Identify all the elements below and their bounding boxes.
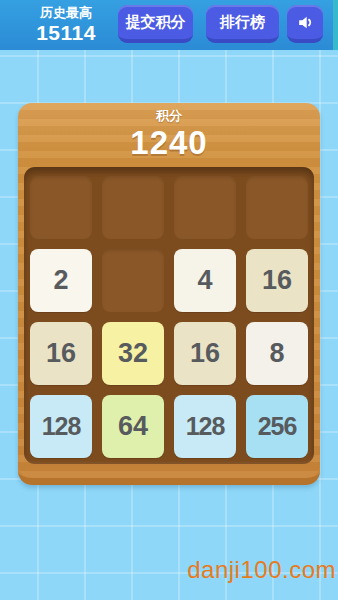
game-screen: { "game": "2048", "position": { "grid": … <box>0 0 338 600</box>
tile-16: 16 <box>174 322 236 385</box>
tile-2: 2 <box>30 249 92 312</box>
tile-16: 16 <box>30 322 92 385</box>
submit-score-label: 提交积分 <box>126 13 186 32</box>
tile-8: 8 <box>246 322 308 385</box>
tile-64: 64 <box>102 395 164 458</box>
leaderboard-button[interactable]: 排行榜 <box>206 5 279 43</box>
teal-edge-strip <box>333 0 338 50</box>
tile-32: 32 <box>102 322 164 385</box>
watermark: danji100.com <box>187 556 336 584</box>
tile-number: 16 <box>262 265 292 296</box>
tile-number: 16 <box>46 338 76 369</box>
score-panel: 积分 1240 <box>18 103 320 162</box>
tile-128: 128 <box>30 395 92 458</box>
empty-cell <box>30 176 92 239</box>
tile-128: 128 <box>174 395 236 458</box>
tile-number: 4 <box>197 265 212 296</box>
best-score-box: 历史最高 15114 <box>28 4 104 44</box>
tile-256: 256 <box>246 395 308 458</box>
score-value: 1240 <box>18 124 320 162</box>
best-score-value: 15114 <box>28 21 104 44</box>
tile-number: 16 <box>190 338 220 369</box>
best-score-label: 历史最高 <box>28 4 104 21</box>
tile-number: 8 <box>269 338 284 369</box>
tile-number: 2 <box>53 265 68 296</box>
tile-number: 64 <box>118 411 148 442</box>
tile-number: 128 <box>186 412 225 441</box>
score-label: 积分 <box>18 108 320 124</box>
sound-toggle-button[interactable] <box>287 5 323 43</box>
speaker-on-icon <box>296 13 315 32</box>
empty-cell <box>102 249 164 312</box>
empty-cell <box>174 176 236 239</box>
submit-score-button[interactable]: 提交积分 <box>118 5 193 43</box>
empty-cell <box>246 176 308 239</box>
top-bar: 历史最高 15114 提交积分 排行榜 <box>0 0 338 50</box>
empty-cell <box>102 176 164 239</box>
tile-number: 256 <box>258 412 297 441</box>
tile-number: 32 <box>118 338 148 369</box>
leaderboard-label: 排行榜 <box>220 13 265 32</box>
tile-number: 128 <box>42 412 81 441</box>
tile-4: 4 <box>174 249 236 312</box>
game-board[interactable]: 积分 1240 2416163216812864128256 <box>18 103 320 485</box>
tile-16: 16 <box>246 249 308 312</box>
tile-grid: 2416163216812864128256 <box>24 167 314 464</box>
